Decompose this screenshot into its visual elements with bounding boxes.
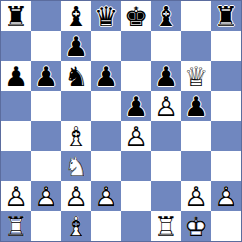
piece-black-bishop[interactable]: ♝ xyxy=(61,1,91,31)
piece-white-pawn[interactable]: ♟♙ xyxy=(181,181,211,211)
square-c4[interactable]: ♝♗ xyxy=(61,121,91,151)
square-f1[interactable]: ♜♖ xyxy=(151,211,181,241)
square-h2[interactable]: ♟♙ xyxy=(211,181,241,211)
square-a6[interactable]: ♟ xyxy=(1,61,31,91)
square-g4[interactable] xyxy=(181,121,211,151)
square-b1[interactable] xyxy=(31,211,61,241)
square-d5[interactable] xyxy=(91,91,121,121)
square-c3[interactable]: ♞♘ xyxy=(61,151,91,181)
piece-white-queen[interactable]: ♛♕ xyxy=(181,61,211,91)
square-c8[interactable]: ♝ xyxy=(61,1,91,31)
square-g2[interactable]: ♟♙ xyxy=(181,181,211,211)
piece-white-pawn[interactable]: ♟♙ xyxy=(31,181,61,211)
piece-outline: ♗ xyxy=(61,121,91,151)
square-c7[interactable]: ♟ xyxy=(61,31,91,61)
piece-black-pawn[interactable]: ♟ xyxy=(91,61,121,91)
square-b6[interactable]: ♟ xyxy=(31,61,61,91)
piece-black-pawn[interactable]: ♟ xyxy=(31,61,61,91)
piece-white-rook[interactable]: ♜♖ xyxy=(151,211,181,241)
square-g1[interactable]: ♚♔ xyxy=(181,211,211,241)
piece-black-pawn[interactable]: ♟ xyxy=(181,91,211,121)
piece-black-king[interactable]: ♚ xyxy=(121,1,151,31)
piece-white-pawn[interactable]: ♟♙ xyxy=(61,181,91,211)
square-f8[interactable]: ♝ xyxy=(151,1,181,31)
square-c5[interactable] xyxy=(61,91,91,121)
square-h1[interactable] xyxy=(211,211,241,241)
piece-white-pawn[interactable]: ♟♙ xyxy=(91,181,121,211)
square-b8[interactable] xyxy=(31,1,61,31)
square-e1[interactable] xyxy=(121,211,151,241)
piece-black-pawn[interactable]: ♟ xyxy=(121,91,151,121)
square-b4[interactable] xyxy=(31,121,61,151)
square-c1[interactable]: ♝♗ xyxy=(61,211,91,241)
square-e8[interactable]: ♚ xyxy=(121,1,151,31)
square-b7[interactable] xyxy=(31,31,61,61)
square-g3[interactable] xyxy=(181,151,211,181)
piece-black-bishop[interactable]: ♝ xyxy=(151,1,181,31)
piece-black-queen[interactable]: ♛ xyxy=(91,1,121,31)
square-e2[interactable] xyxy=(121,181,151,211)
piece-white-bishop[interactable]: ♝♗ xyxy=(61,211,91,241)
square-a8[interactable]: ♜ xyxy=(1,1,31,31)
piece-white-pawn[interactable]: ♟♙ xyxy=(1,181,31,211)
square-b2[interactable]: ♟♙ xyxy=(31,181,61,211)
square-f4[interactable] xyxy=(151,121,181,151)
square-f6[interactable]: ♟ xyxy=(151,61,181,91)
piece-outline: ♕ xyxy=(181,61,211,91)
piece-black-knight[interactable]: ♞ xyxy=(61,61,91,91)
piece-black-rook[interactable]: ♜ xyxy=(211,1,241,31)
piece-white-rook[interactable]: ♜♖ xyxy=(1,211,31,241)
piece-outline: ♙ xyxy=(61,181,91,211)
square-h3[interactable] xyxy=(211,151,241,181)
square-h7[interactable] xyxy=(211,31,241,61)
piece-white-bishop[interactable]: ♝♗ xyxy=(61,121,91,151)
square-d4[interactable] xyxy=(91,121,121,151)
piece-outline: ♖ xyxy=(1,211,31,241)
piece-outline: ♙ xyxy=(151,91,181,121)
square-a7[interactable] xyxy=(1,31,31,61)
piece-black-pawn[interactable]: ♟ xyxy=(61,31,91,61)
square-e5[interactable]: ♟ xyxy=(121,91,151,121)
square-h4[interactable] xyxy=(211,121,241,151)
piece-outline: ♙ xyxy=(91,181,121,211)
piece-black-rook[interactable]: ♜ xyxy=(1,1,31,31)
square-d2[interactable]: ♟♙ xyxy=(91,181,121,211)
piece-outline: ♗ xyxy=(61,211,91,241)
square-b5[interactable] xyxy=(31,91,61,121)
square-e4[interactable]: ♟♙ xyxy=(121,121,151,151)
square-f7[interactable] xyxy=(151,31,181,61)
square-b3[interactable] xyxy=(31,151,61,181)
piece-white-pawn[interactable]: ♟♙ xyxy=(151,91,181,121)
square-a2[interactable]: ♟♙ xyxy=(1,181,31,211)
square-a1[interactable]: ♜♖ xyxy=(1,211,31,241)
piece-outline: ♙ xyxy=(211,181,241,211)
piece-black-pawn[interactable]: ♟ xyxy=(1,61,31,91)
square-e6[interactable] xyxy=(121,61,151,91)
square-g5[interactable]: ♟ xyxy=(181,91,211,121)
piece-outline: ♖ xyxy=(151,211,181,241)
square-a5[interactable] xyxy=(1,91,31,121)
square-a3[interactable] xyxy=(1,151,31,181)
square-c2[interactable]: ♟♙ xyxy=(61,181,91,211)
square-g6[interactable]: ♛♕ xyxy=(181,61,211,91)
piece-white-pawn[interactable]: ♟♙ xyxy=(211,181,241,211)
square-c6[interactable]: ♞ xyxy=(61,61,91,91)
square-f5[interactable]: ♟♙ xyxy=(151,91,181,121)
chess-board: ♜♝♛♚♝♜♟♟♟♞♟♟♛♕♟♟♙♟♝♗♟♙♞♘♟♙♟♙♟♙♟♙♟♙♟♙♜♖♝♗… xyxy=(0,0,242,242)
square-h6[interactable] xyxy=(211,61,241,91)
square-e7[interactable] xyxy=(121,31,151,61)
piece-outline: ♘ xyxy=(61,151,91,181)
square-e3[interactable] xyxy=(121,151,151,181)
square-f3[interactable] xyxy=(151,151,181,181)
piece-outline: ♙ xyxy=(121,121,151,151)
piece-outline: ♔ xyxy=(181,211,211,241)
square-g8[interactable] xyxy=(181,1,211,31)
square-d8[interactable]: ♛ xyxy=(91,1,121,31)
square-d6[interactable]: ♟ xyxy=(91,61,121,91)
square-h5[interactable] xyxy=(211,91,241,121)
square-g7[interactable] xyxy=(181,31,211,61)
piece-outline: ♙ xyxy=(181,181,211,211)
square-a4[interactable] xyxy=(1,121,31,151)
piece-black-pawn[interactable]: ♟ xyxy=(151,61,181,91)
piece-white-knight[interactable]: ♞♘ xyxy=(61,151,91,181)
square-d7[interactable] xyxy=(91,31,121,61)
piece-white-king[interactable]: ♚♔ xyxy=(181,211,211,241)
piece-outline: ♙ xyxy=(31,181,61,211)
square-h8[interactable]: ♜ xyxy=(211,1,241,31)
piece-white-pawn[interactable]: ♟♙ xyxy=(121,121,151,151)
square-f2[interactable] xyxy=(151,181,181,211)
square-d3[interactable] xyxy=(91,151,121,181)
piece-outline: ♙ xyxy=(1,181,31,211)
square-d1[interactable] xyxy=(91,211,121,241)
